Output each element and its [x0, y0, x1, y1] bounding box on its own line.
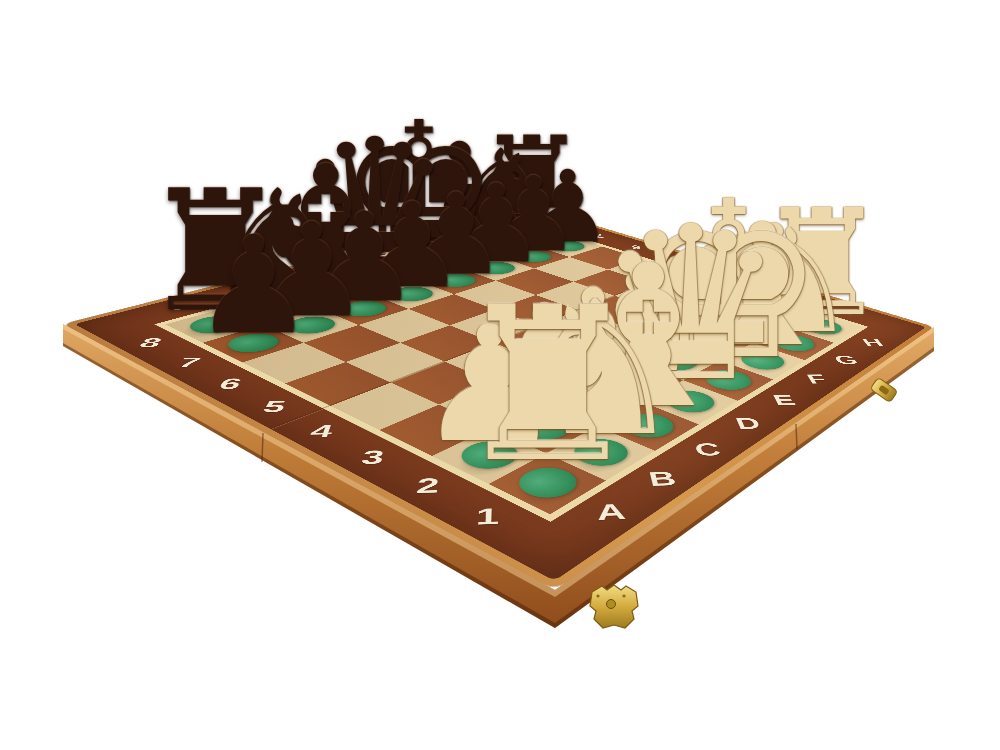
rook-glyph: ♜	[453, 279, 644, 492]
rank-label-3: 3	[339, 443, 404, 472]
brass-clasp	[870, 377, 898, 402]
rank-label-5: 5	[241, 395, 307, 419]
pawn-glyph: ♟	[193, 218, 314, 353]
rank-label-4: 4	[288, 418, 354, 445]
photo-scene: AABBCCDDEEFFGGHH1122334455667788	[0, 0, 1000, 750]
fold-seam-right-edge	[796, 424, 797, 449]
brass-hinge	[590, 585, 638, 628]
fold-seam-left-edge	[262, 433, 263, 462]
